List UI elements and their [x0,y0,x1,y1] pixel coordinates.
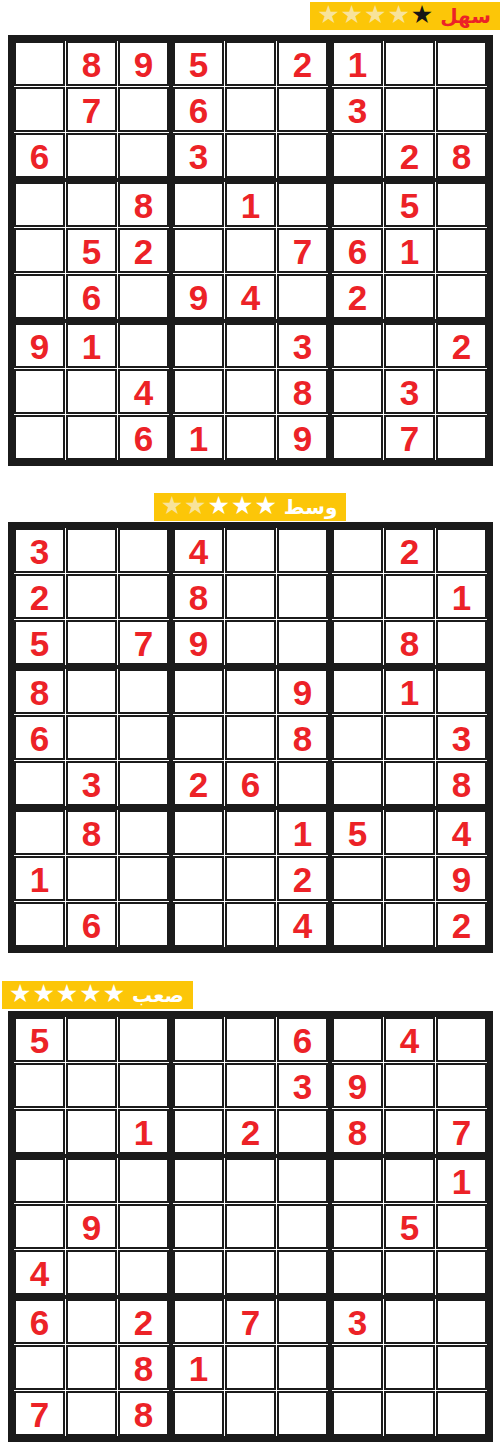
cell-r3c5: 2 [225,1109,276,1154]
cell-r8c3[interactable] [118,856,169,901]
cell-r5c8: 5 [384,1204,435,1249]
cell-r4c2[interactable] [66,669,117,714]
cell-r7c1: 6 [14,1299,65,1344]
cell-r3c4[interactable] [173,1109,224,1154]
difficulty-banner: ★★★★★ وسط [154,493,347,521]
cell-r4c1: 8 [14,669,65,714]
cell-r2c2[interactable] [66,1063,117,1108]
cell-r4c4[interactable] [173,669,224,714]
cell-r2c3[interactable] [118,574,169,619]
difficulty-stars: ★★★★★ [9,981,125,1009]
cell-r8c7[interactable] [332,369,383,414]
cell-r4c8: 1 [384,669,435,714]
cell-r1c6[interactable] [277,528,328,573]
cell-r2c6: 3 [277,1063,328,1108]
cell-r5c6: 7 [277,228,328,273]
sudoku-box: 1328 [332,41,487,178]
cell-r3c9[interactable] [436,620,487,665]
cell-r9c1[interactable] [14,902,65,947]
sudoku-box: 124 [173,810,328,947]
cell-r7c8[interactable] [384,810,435,855]
cell-r4c1[interactable] [14,1158,65,1203]
cell-r4c6[interactable] [277,182,328,227]
cell-r1c2: 8 [66,41,117,86]
cell-r5c8: 1 [384,228,435,273]
cell-r5c4[interactable] [173,1204,224,1249]
cell-r2c5[interactable] [225,87,276,132]
cell-r4c1[interactable] [14,182,65,227]
cell-r8c7[interactable] [332,856,383,901]
difficulty-stars: ★★★★★ [161,493,277,521]
banner-row-easy: ★★★★★ سهل [0,2,500,30]
cell-r9c6: 4 [277,902,328,947]
cell-r6c7: 2 [332,274,383,319]
cell-r4c7[interactable] [332,182,383,227]
cell-r9c2: 6 [66,902,117,947]
cell-r1c8: 4 [384,1017,435,1062]
cell-r5c5[interactable] [225,1204,276,1249]
cell-r5c6[interactable] [277,1204,328,1249]
difficulty-banner: ★★★★★ سهل [310,2,500,30]
cell-r9c8: 7 [384,415,435,460]
sudoku-box: 15 [332,1158,487,1295]
cell-r9c7[interactable] [332,415,383,460]
cell-r1c4[interactable] [173,1017,224,1062]
cell-r1c5[interactable] [225,41,276,86]
cell-r2c8[interactable] [384,574,435,619]
cell-r8c1: 1 [14,856,65,901]
cell-r6c1: 4 [14,1250,65,1295]
puzzle-easy: ★★★★★ سهل 897652631328852617945612914638… [0,0,500,466]
cell-r8c2[interactable] [66,856,117,901]
cell-r8c9[interactable] [436,369,487,414]
cell-r6c3[interactable] [118,274,169,319]
difficulty-label: صعب [132,981,184,1009]
cell-r7c7: 5 [332,810,383,855]
sudoku-box: 5263 [173,41,328,178]
cell-r2c5[interactable] [225,574,276,619]
star-icon: ★ [364,1,386,29]
cell-r6c8[interactable] [384,274,435,319]
cell-r6c9[interactable] [436,274,487,319]
cell-r5c1[interactable] [14,228,65,273]
star-icon: ★ [32,980,54,1008]
cell-r7c7: 3 [332,1299,383,1344]
cell-r4c6: 9 [277,669,328,714]
cell-r6c9[interactable] [436,1250,487,1295]
cell-r5c8[interactable] [384,715,435,760]
cell-r6c4[interactable] [173,1250,224,1295]
cell-r2c7[interactable] [332,574,383,619]
sudoku-page: ★★★★★ سهل 897652631328852617945612914638… [0,0,500,1442]
cell-r4c9: 1 [436,1158,487,1203]
sudoku-box [173,1158,328,1295]
cell-r5c4[interactable] [173,715,224,760]
difficulty-label: سهل [440,2,491,30]
cell-r1c9[interactable] [436,1017,487,1062]
star-icon: ★ [9,980,31,1008]
cell-r1c5[interactable] [225,1017,276,1062]
sudoku-box: 62878 [14,1299,169,1436]
cell-r5c3: 2 [118,228,169,273]
cell-r2c8[interactable] [384,1063,435,1108]
cell-r8c1[interactable] [14,369,65,414]
cell-r1c7[interactable] [332,1017,383,1062]
sudoku-grid-easy: 89765263132885261794561291463819237 [8,35,493,466]
cell-r6c1[interactable] [14,274,65,319]
cell-r1c1: 5 [14,1017,65,1062]
cell-r3c6[interactable] [277,620,328,665]
cell-r2c2: 7 [66,87,117,132]
cell-r6c7[interactable] [332,761,383,806]
sudoku-box: 9146 [14,323,169,460]
cell-r2c3[interactable] [118,1063,169,1108]
cell-r2c4[interactable] [173,1063,224,1108]
star-icon: ★ [161,492,183,520]
cell-r9c5[interactable] [225,902,276,947]
cell-r2c6[interactable] [277,87,328,132]
cell-r9c6[interactable] [277,1391,328,1436]
cell-r7c8[interactable] [384,323,435,368]
sudoku-box: 237 [332,323,487,460]
cell-r2c7: 3 [332,87,383,132]
cell-r2c6[interactable] [277,574,328,619]
cell-r4c3[interactable] [118,1158,169,1203]
cell-r4c7[interactable] [332,1158,383,1203]
cell-r8c6[interactable] [277,1345,328,1390]
star-icon: ★ [79,980,101,1008]
cell-r9c1[interactable] [14,415,65,460]
cell-r7c4[interactable] [173,1299,224,1344]
cell-r1c3: 9 [118,41,169,86]
sudoku-box: 5492 [332,810,487,947]
cell-r6c3[interactable] [118,1250,169,1295]
cell-r5c9[interactable] [436,228,487,273]
cell-r5c9: 3 [436,715,487,760]
cell-r6c2[interactable] [66,1250,117,1295]
cell-r3c2[interactable] [66,1109,117,1154]
cell-r9c9 [436,1391,487,1436]
cell-r2c7: 9 [332,1063,383,1108]
cell-r5c5[interactable] [225,228,276,273]
cell-r3c6[interactable] [277,1109,328,1154]
cell-r5c9[interactable] [436,1204,487,1249]
sudoku-grid-medium: 325748921886398261388161245492 [8,522,493,953]
cell-r9c5[interactable] [225,1391,276,1436]
cell-r9c9[interactable] [436,415,487,460]
cell-r1c7[interactable] [332,528,383,573]
star-icon: ★ [56,980,78,1008]
difficulty-banner: ★★★★★ صعب [2,981,193,1009]
cell-r8c2[interactable] [66,1345,117,1390]
cell-r6c5: 6 [225,761,276,806]
cell-r4c9[interactable] [436,669,487,714]
star-icon: ★ [387,1,409,29]
cell-r9c4: 1 [173,415,224,460]
cell-r8c4[interactable] [173,369,224,414]
cell-r1c1: 3 [14,528,65,573]
cell-r6c6[interactable] [277,1250,328,1295]
cell-r1c7: 1 [332,41,383,86]
cell-r9c6: 9 [277,415,328,460]
cell-r8c7[interactable] [332,1345,383,1390]
sudoku-box: 3819 [173,323,328,460]
cell-r7c3: 2 [118,1299,169,1344]
cell-r2c1[interactable] [14,1063,65,1108]
cell-r3c3[interactable] [118,133,169,178]
cell-r6c5[interactable] [225,1250,276,1295]
cell-r3c5[interactable] [225,620,276,665]
cell-r9c2[interactable] [66,1391,117,1436]
cell-r6c2: 6 [66,274,117,319]
cell-r7c1: 9 [14,323,65,368]
cell-r7c7[interactable] [332,323,383,368]
cell-r9c8[interactable] [384,902,435,947]
cell-r2c9[interactable] [436,1063,487,1108]
cell-r1c8: 2 [384,528,435,573]
cell-r4c8[interactable] [384,1158,435,1203]
cell-r5c4[interactable] [173,228,224,273]
star-icon: ★ [254,492,276,520]
cell-r3c6[interactable] [277,133,328,178]
cell-r4c4[interactable] [173,1158,224,1203]
cell-r6c7[interactable] [332,1250,383,1295]
cell-r6c8[interactable] [384,1250,435,1295]
cell-r1c5[interactable] [225,528,276,573]
cell-r9c3: 8 [118,1391,169,1436]
cell-r5c2: 9 [66,1204,117,1249]
star-icon: ★ [184,492,206,520]
cell-r6c9: 8 [436,761,487,806]
difficulty-stars: ★★★★★ [317,2,433,30]
cell-r2c4: 6 [173,87,224,132]
cell-r8c3: 4 [118,369,169,414]
star-icon: ★ [103,980,125,1008]
cell-r3c7: 8 [332,1109,383,1154]
cell-r2c1: 2 [14,574,65,619]
cell-r4c3[interactable] [118,669,169,714]
cell-r6c4: 2 [173,761,224,806]
sudoku-box: 9826 [173,669,328,806]
cell-r4c2[interactable] [66,182,117,227]
star-icon: ★ [208,492,230,520]
cell-r9c8[interactable] [384,1391,435,1436]
cell-r1c1[interactable] [14,41,65,86]
cell-r8c4[interactable] [173,856,224,901]
cell-r8c8[interactable] [384,856,435,901]
cell-r6c2: 3 [66,761,117,806]
cell-r7c2: 1 [66,323,117,368]
cell-r1c9[interactable] [436,41,487,86]
cell-r6c8[interactable] [384,761,435,806]
puzzle-medium: ★★★★★ وسط 325748921886398261388161245492 [0,466,500,953]
sudoku-box: 3 [332,1299,487,1436]
cell-r7c9[interactable] [436,1299,487,1344]
cell-r9c5[interactable] [225,415,276,460]
cell-r3c1: 6 [14,133,65,178]
cell-r7c4[interactable] [173,323,224,368]
cell-r5c5[interactable] [225,715,276,760]
cell-r6c1[interactable] [14,761,65,806]
cell-r4c4[interactable] [173,182,224,227]
cell-r3c3: 1 [118,1109,169,1154]
sudoku-box: 8526 [14,182,169,319]
cell-r9c3: 6 [118,415,169,460]
cell-r9c2[interactable] [66,415,117,460]
cell-r8c9: 9 [436,856,487,901]
puzzle-hard: ★★★★★ صعب 516324987941562878713 [0,953,500,1442]
cell-r3c2[interactable] [66,620,117,665]
cell-r3c9: 7 [436,1109,487,1154]
cell-r4c6[interactable] [277,1158,328,1203]
cell-r7c1[interactable] [14,810,65,855]
cell-r4c5[interactable] [225,1158,276,1203]
cell-r8c3: 8 [118,1345,169,1390]
cell-r5c6: 8 [277,715,328,760]
cell-r3c7[interactable] [332,133,383,178]
cell-r7c9: 2 [436,323,487,368]
cell-r1c4: 5 [173,41,224,86]
cell-r9c4[interactable] [173,902,224,947]
cell-r1c6: 6 [277,1017,328,1062]
star-icon: ★ [411,1,433,29]
cell-r8c5[interactable] [225,369,276,414]
cell-r5c2[interactable] [66,715,117,760]
cell-r8c8: 3 [384,369,435,414]
cell-r3c1: 5 [14,620,65,665]
cell-r1c9[interactable] [436,528,487,573]
cell-r9c7[interactable] [332,1391,383,1436]
cell-r7c9: 4 [436,810,487,855]
sudoku-box: 816 [14,810,169,947]
star-icon: ★ [231,492,253,520]
sudoku-box: 8976 [14,41,169,178]
cell-r7c3[interactable] [118,323,169,368]
cell-r9c4[interactable] [173,1391,224,1436]
cell-r2c5[interactable] [225,1063,276,1108]
sudoku-grid-hard: 516324987941562878713 [8,1011,493,1442]
cell-r7c5: 7 [225,1299,276,1344]
cell-r7c5[interactable] [225,810,276,855]
cell-r2c1[interactable] [14,87,65,132]
cell-r8c9[interactable] [436,1345,487,1390]
cell-r7c4[interactable] [173,810,224,855]
cell-r2c4: 8 [173,574,224,619]
cell-r2c3[interactable] [118,87,169,132]
cell-r8c6: 2 [277,856,328,901]
cell-r6c3[interactable] [118,761,169,806]
cell-r7c3[interactable] [118,810,169,855]
sudoku-box: 94 [14,1158,169,1295]
cell-r1c2[interactable] [66,1017,117,1062]
cell-r9c7[interactable] [332,902,383,947]
cell-r7c6[interactable] [277,1299,328,1344]
sudoku-box: 863 [14,669,169,806]
cell-r4c8: 5 [384,182,435,227]
cell-r8c5[interactable] [225,1345,276,1390]
cell-r3c8: 2 [384,133,435,178]
sudoku-box: 632 [173,1017,328,1154]
cell-r3c7[interactable] [332,620,383,665]
cell-r4c2[interactable] [66,1158,117,1203]
cell-r3c4: 9 [173,620,224,665]
sudoku-box: 5612 [332,182,487,319]
cell-r3c2[interactable] [66,133,117,178]
cell-r3c4: 3 [173,133,224,178]
cell-r1c3[interactable] [118,528,169,573]
sudoku-box: 71 [173,1299,328,1436]
star-icon: ★ [341,1,363,29]
cell-r6c5: 4 [225,274,276,319]
cell-r4c9[interactable] [436,182,487,227]
cell-r2c2[interactable] [66,574,117,619]
cell-r5c2: 5 [66,228,117,273]
sudoku-box: 489 [173,528,328,665]
cell-r2c9[interactable] [436,87,487,132]
cell-r8c4: 1 [173,1345,224,1390]
sudoku-box: 1794 [173,182,328,319]
cell-r2c8[interactable] [384,87,435,132]
cell-r8c5[interactable] [225,856,276,901]
cell-r1c8[interactable] [384,41,435,86]
cell-r3c8[interactable] [384,1109,435,1154]
cell-r6c6[interactable] [277,274,328,319]
cell-r8c8[interactable] [384,1345,435,1390]
banner-row-hard: ★★★★★ صعب [0,981,500,1009]
sudoku-box: 51 [14,1017,169,1154]
cell-r3c9: 8 [436,133,487,178]
cell-r5c1[interactable] [14,1204,65,1249]
cell-r5c3[interactable] [118,715,169,760]
sudoku-box: 4987 [332,1017,487,1154]
sudoku-box: 3257 [14,528,169,665]
difficulty-label: وسط [284,493,338,521]
cell-r7c6: 1 [277,810,328,855]
cell-r6c4: 9 [173,274,224,319]
cell-r3c5[interactable] [225,133,276,178]
cell-r2c9: 1 [436,574,487,619]
cell-r5c7[interactable] [332,715,383,760]
cell-r4c5[interactable] [225,669,276,714]
cell-r3c8: 8 [384,620,435,665]
cell-r1c6: 2 [277,41,328,86]
cell-r7c2: 8 [66,810,117,855]
cell-r3c3: 7 [118,620,169,665]
cell-r4c5: 1 [225,182,276,227]
sudoku-box: 218 [332,528,487,665]
cell-r5c7[interactable] [332,1204,383,1249]
star-icon: ★ [317,1,339,29]
cell-r7c5[interactable] [225,323,276,368]
cell-r9c3[interactable] [118,902,169,947]
cell-r5c3[interactable] [118,1204,169,1249]
cell-r8c1[interactable] [14,1345,65,1390]
cell-r7c2[interactable] [66,1299,117,1344]
cell-r1c2[interactable] [66,528,117,573]
cell-r4c3: 8 [118,182,169,227]
cell-r9c9: 2 [436,902,487,947]
cell-r7c8[interactable] [384,1299,435,1344]
cell-r1c4: 4 [173,528,224,573]
cell-r3c1[interactable] [14,1109,65,1154]
cell-r8c2[interactable] [66,369,117,414]
cell-r4c7[interactable] [332,669,383,714]
cell-r6c6[interactable] [277,761,328,806]
cell-r1c3[interactable] [118,1017,169,1062]
cell-r5c7: 6 [332,228,383,273]
cell-r7c6: 3 [277,323,328,368]
cell-r5c1: 6 [14,715,65,760]
